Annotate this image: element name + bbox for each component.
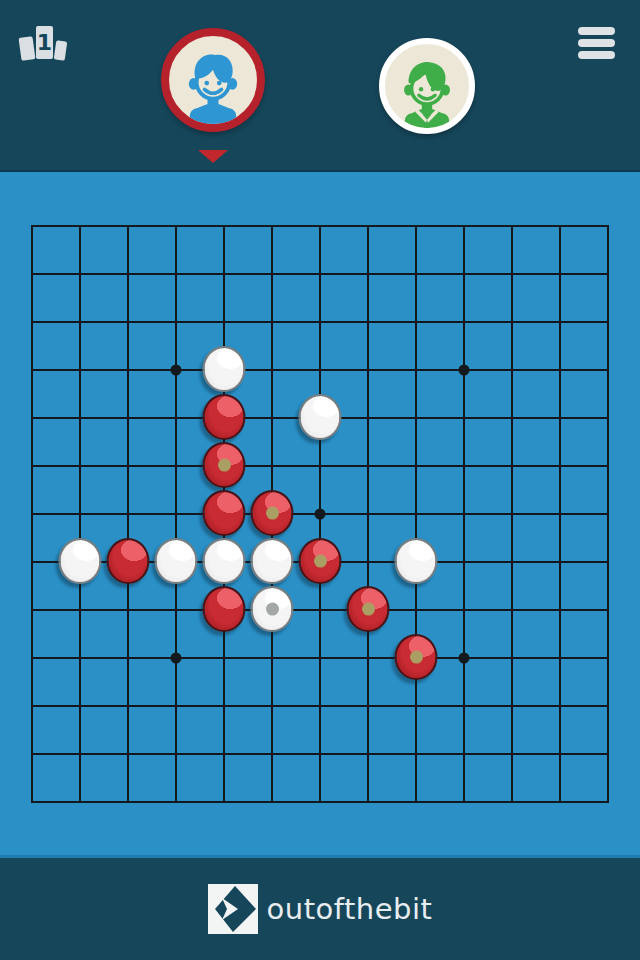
footer-bar: outofthebit (0, 855, 640, 960)
stone-mark-olive (314, 555, 327, 568)
white-stone (395, 538, 438, 584)
app-screen: 1 (0, 0, 640, 960)
red-stone (347, 586, 390, 632)
stone-mark-gray (266, 603, 279, 616)
star-point (171, 653, 182, 664)
white-stone (251, 538, 294, 584)
rank-badge: 1 (36, 26, 53, 59)
hamburger-icon-bar (578, 27, 615, 35)
red-stone (203, 442, 246, 488)
red-stone (203, 394, 246, 440)
white-stone (59, 538, 102, 584)
blue-person-icon (174, 48, 252, 126)
red-stone (395, 634, 438, 680)
menu-button[interactable] (578, 27, 615, 63)
stone-mark-olive (218, 459, 231, 472)
leaderboard-button[interactable]: 1 (20, 24, 68, 64)
star-point (459, 365, 470, 376)
white-stone (155, 538, 198, 584)
top-bar: 1 (0, 0, 640, 172)
red-stone (203, 586, 246, 632)
star-point (171, 365, 182, 376)
green-person-icon (390, 56, 464, 130)
outofthebit-logo-icon (208, 884, 258, 934)
white-stone (299, 394, 342, 440)
white-stone (251, 586, 294, 632)
podium-icon-left-bar (18, 36, 35, 61)
red-stone (107, 538, 150, 584)
star-point (459, 653, 470, 664)
white-stone (203, 346, 246, 392)
white-stone (203, 538, 246, 584)
hamburger-icon-bar (578, 51, 615, 59)
red-stone (251, 490, 294, 536)
brand-text: outofthebit (267, 892, 433, 926)
board-area (0, 174, 640, 855)
stone-mark-olive (362, 603, 375, 616)
player-white-avatar[interactable] (379, 38, 475, 134)
player-red-avatar[interactable] (161, 28, 265, 132)
stone-mark-olive (266, 507, 279, 520)
stone-mark-olive (410, 651, 423, 664)
podium-icon-right-bar (54, 40, 68, 60)
turn-indicator-arrow (198, 150, 228, 163)
red-stone (299, 538, 342, 584)
star-point (315, 509, 326, 520)
hamburger-icon-bar (578, 39, 615, 47)
red-stone (203, 490, 246, 536)
